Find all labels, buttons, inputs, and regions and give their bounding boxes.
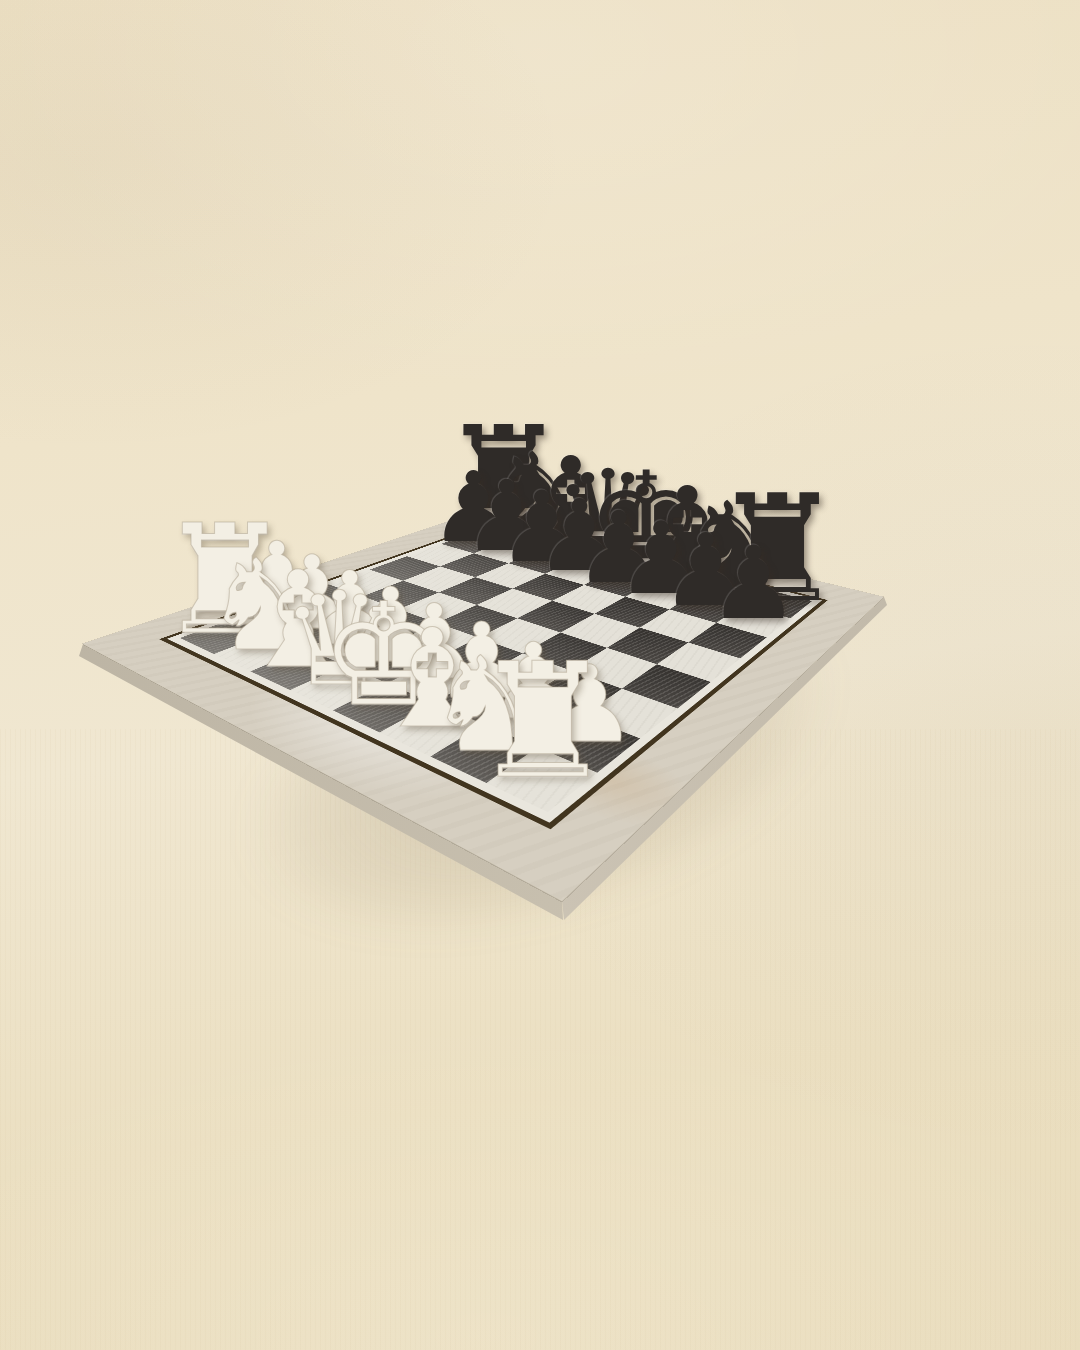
white-rook-h1[interactable]: ♜ xyxy=(472,642,614,800)
black-pawn-h7[interactable]: ♟ xyxy=(709,534,799,635)
photo-scene: ♜♞♝♛♚♝♞♜♟♟♟♟♟♟♟♟♟♟♟♟♟♟♟♟♜♞♝♛♚♝♞♜ xyxy=(0,0,1080,1350)
